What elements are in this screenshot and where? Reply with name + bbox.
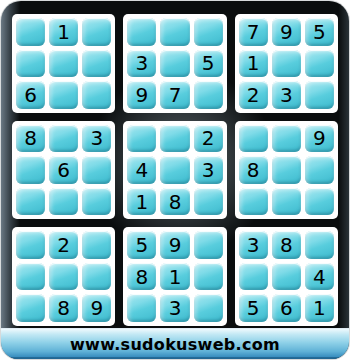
cell-r2c7[interactable]: 1 — [239, 50, 268, 78]
cell-r6c7[interactable] — [239, 188, 268, 216]
cell-r3c1[interactable]: 6 — [16, 81, 45, 109]
cell-r6c9[interactable] — [305, 188, 334, 216]
cell-r8c4[interactable]: 8 — [127, 263, 156, 291]
cell-r9c4[interactable] — [127, 294, 156, 322]
cell-r3c3[interactable] — [82, 81, 111, 109]
cell-r7c9[interactable] — [305, 231, 334, 259]
cell-r7c5[interactable]: 9 — [160, 231, 189, 259]
box-6: 98 — [235, 121, 338, 220]
cell-r3c6[interactable] — [194, 81, 223, 109]
cell-r7c8[interactable]: 8 — [272, 231, 301, 259]
cell-r8c8[interactable] — [272, 263, 301, 291]
cell-r2c6[interactable]: 5 — [194, 50, 223, 78]
cell-r8c6[interactable] — [194, 263, 223, 291]
cell-r3c2[interactable] — [49, 81, 78, 109]
cell-r1c7[interactable]: 7 — [239, 18, 268, 46]
sudoku-grid: 163597795123836243189828959813384561 — [12, 14, 338, 326]
cell-r6c6[interactable] — [194, 188, 223, 216]
cell-r4c1[interactable]: 8 — [16, 125, 45, 153]
cell-r1c2[interactable]: 1 — [49, 18, 78, 46]
cell-r4c9[interactable]: 9 — [305, 125, 334, 153]
cell-r9c2[interactable]: 8 — [49, 294, 78, 322]
cell-r5c8[interactable] — [272, 156, 301, 184]
cell-r4c6[interactable]: 2 — [194, 125, 223, 153]
box-4: 836 — [12, 121, 115, 220]
cell-r8c1[interactable] — [16, 263, 45, 291]
cell-r4c2[interactable] — [49, 125, 78, 153]
cell-r5c1[interactable] — [16, 156, 45, 184]
cell-r5c6[interactable]: 3 — [194, 156, 223, 184]
footer-band: www.sudokusweb.com — [1, 328, 349, 359]
cell-r8c3[interactable] — [82, 263, 111, 291]
cell-r4c3[interactable]: 3 — [82, 125, 111, 153]
site-url[interactable]: www.sudokusweb.com — [70, 335, 280, 354]
cell-r7c3[interactable] — [82, 231, 111, 259]
cell-r5c2[interactable]: 6 — [49, 156, 78, 184]
cell-r3c4[interactable]: 9 — [127, 81, 156, 109]
cell-r6c1[interactable] — [16, 188, 45, 216]
cell-r2c8[interactable] — [272, 50, 301, 78]
cell-r5c9[interactable] — [305, 156, 334, 184]
cell-r1c3[interactable] — [82, 18, 111, 46]
cell-r6c8[interactable] — [272, 188, 301, 216]
box-5: 24318 — [123, 121, 226, 220]
cell-r2c1[interactable] — [16, 50, 45, 78]
cell-r4c5[interactable] — [160, 125, 189, 153]
cell-r6c2[interactable] — [49, 188, 78, 216]
cell-r8c2[interactable] — [49, 263, 78, 291]
cell-r2c5[interactable] — [160, 50, 189, 78]
cell-r1c5[interactable] — [160, 18, 189, 46]
cell-r6c5[interactable]: 8 — [160, 188, 189, 216]
cell-r2c2[interactable] — [49, 50, 78, 78]
cell-r7c7[interactable]: 3 — [239, 231, 268, 259]
cell-r1c6[interactable] — [194, 18, 223, 46]
cell-r8c5[interactable]: 1 — [160, 263, 189, 291]
sudoku-board: 163597795123836243189828959813384561 www… — [1, 1, 349, 359]
box-7: 289 — [12, 227, 115, 326]
cell-r1c1[interactable] — [16, 18, 45, 46]
cell-r6c3[interactable] — [82, 188, 111, 216]
box-1: 16 — [12, 14, 115, 113]
cell-r7c6[interactable] — [194, 231, 223, 259]
cell-r5c4[interactable]: 4 — [127, 156, 156, 184]
cell-r7c1[interactable] — [16, 231, 45, 259]
box-9: 384561 — [235, 227, 338, 326]
cell-r9c7[interactable]: 5 — [239, 294, 268, 322]
cell-r9c5[interactable]: 3 — [160, 294, 189, 322]
cell-r3c5[interactable]: 7 — [160, 81, 189, 109]
cell-r2c4[interactable]: 3 — [127, 50, 156, 78]
cell-r1c8[interactable]: 9 — [272, 18, 301, 46]
cell-r8c9[interactable]: 4 — [305, 263, 334, 291]
cell-r5c7[interactable]: 8 — [239, 156, 268, 184]
cell-r3c8[interactable]: 3 — [272, 81, 301, 109]
cell-r7c2[interactable]: 2 — [49, 231, 78, 259]
cell-r3c7[interactable]: 2 — [239, 81, 268, 109]
cell-r5c3[interactable] — [82, 156, 111, 184]
cell-r1c9[interactable]: 5 — [305, 18, 334, 46]
cell-r7c4[interactable]: 5 — [127, 231, 156, 259]
cell-r9c6[interactable] — [194, 294, 223, 322]
cell-r9c1[interactable] — [16, 294, 45, 322]
box-2: 3597 — [123, 14, 226, 113]
cell-r2c9[interactable] — [305, 50, 334, 78]
cell-r4c8[interactable] — [272, 125, 301, 153]
box-8: 59813 — [123, 227, 226, 326]
cell-r3c9[interactable] — [305, 81, 334, 109]
cell-r9c8[interactable]: 6 — [272, 294, 301, 322]
box-3: 795123 — [235, 14, 338, 113]
cell-r9c3[interactable]: 9 — [82, 294, 111, 322]
cell-r1c4[interactable] — [127, 18, 156, 46]
page: 163597795123836243189828959813384561 www… — [0, 0, 350, 360]
cell-r6c4[interactable]: 1 — [127, 188, 156, 216]
cell-r2c3[interactable] — [82, 50, 111, 78]
cell-r9c9[interactable]: 1 — [305, 294, 334, 322]
cell-r8c7[interactable] — [239, 263, 268, 291]
cell-r4c4[interactable] — [127, 125, 156, 153]
cell-r4c7[interactable] — [239, 125, 268, 153]
cell-r5c5[interactable] — [160, 156, 189, 184]
